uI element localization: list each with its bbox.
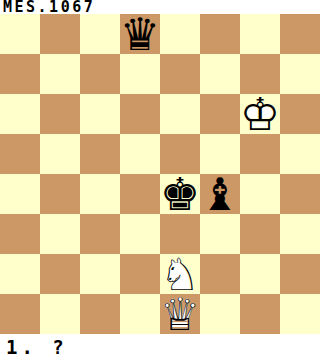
square-g3[interactable] xyxy=(240,214,280,254)
square-c8[interactable] xyxy=(80,14,120,54)
square-d6[interactable] xyxy=(120,94,160,134)
square-f1[interactable] xyxy=(200,294,240,334)
square-e2[interactable]: ♞♘ xyxy=(160,254,200,294)
piece-white-king-fill: ♚ xyxy=(240,94,280,134)
square-a5[interactable] xyxy=(0,134,40,174)
square-g1[interactable] xyxy=(240,294,280,334)
square-f3[interactable] xyxy=(200,214,240,254)
square-e8[interactable] xyxy=(160,14,200,54)
square-d4[interactable] xyxy=(120,174,160,214)
square-c4[interactable] xyxy=(80,174,120,214)
puzzle-title: MES.1067 xyxy=(3,0,95,14)
square-e4[interactable]: ♚ xyxy=(160,174,200,214)
square-h5[interactable] xyxy=(280,134,320,174)
square-c6[interactable] xyxy=(80,94,120,134)
piece-black-bishop: ♝ xyxy=(200,174,240,214)
square-g2[interactable] xyxy=(240,254,280,294)
square-b8[interactable] xyxy=(40,14,80,54)
square-h7[interactable] xyxy=(280,54,320,94)
square-e6[interactable] xyxy=(160,94,200,134)
piece-white-queen-fill: ♛ xyxy=(160,294,200,334)
square-d7[interactable] xyxy=(120,54,160,94)
square-c2[interactable] xyxy=(80,254,120,294)
square-h8[interactable] xyxy=(280,14,320,54)
square-g4[interactable] xyxy=(240,174,280,214)
square-e1[interactable]: ♛♕ xyxy=(160,294,200,334)
square-a2[interactable] xyxy=(0,254,40,294)
square-a8[interactable] xyxy=(0,14,40,54)
move-prompt: 1. ? xyxy=(6,337,68,359)
square-g7[interactable] xyxy=(240,54,280,94)
square-g5[interactable] xyxy=(240,134,280,174)
square-f5[interactable] xyxy=(200,134,240,174)
square-g6[interactable]: ♚♔ xyxy=(240,94,280,134)
square-a7[interactable] xyxy=(0,54,40,94)
square-d2[interactable] xyxy=(120,254,160,294)
square-f6[interactable] xyxy=(200,94,240,134)
square-a3[interactable] xyxy=(0,214,40,254)
square-h4[interactable] xyxy=(280,174,320,214)
square-f7[interactable] xyxy=(200,54,240,94)
square-d8[interactable]: ♛ xyxy=(120,14,160,54)
square-e3[interactable] xyxy=(160,214,200,254)
square-b7[interactable] xyxy=(40,54,80,94)
square-d3[interactable] xyxy=(120,214,160,254)
square-b3[interactable] xyxy=(40,214,80,254)
piece-black-king: ♚ xyxy=(160,174,200,214)
square-f2[interactable] xyxy=(200,254,240,294)
square-d1[interactable] xyxy=(120,294,160,334)
square-b6[interactable] xyxy=(40,94,80,134)
square-e7[interactable] xyxy=(160,54,200,94)
square-h3[interactable] xyxy=(280,214,320,254)
square-b1[interactable] xyxy=(40,294,80,334)
square-c5[interactable] xyxy=(80,134,120,174)
square-f8[interactable] xyxy=(200,14,240,54)
square-h2[interactable] xyxy=(280,254,320,294)
square-h6[interactable] xyxy=(280,94,320,134)
piece-white-king: ♔ xyxy=(240,94,280,134)
piece-white-knight: ♘ xyxy=(160,254,200,294)
square-b5[interactable] xyxy=(40,134,80,174)
square-c3[interactable] xyxy=(80,214,120,254)
square-h1[interactable] xyxy=(280,294,320,334)
square-b4[interactable] xyxy=(40,174,80,214)
square-d5[interactable] xyxy=(120,134,160,174)
square-f4[interactable]: ♝ xyxy=(200,174,240,214)
square-c1[interactable] xyxy=(80,294,120,334)
square-a4[interactable] xyxy=(0,174,40,214)
piece-white-queen: ♕ xyxy=(160,294,200,334)
square-a1[interactable] xyxy=(0,294,40,334)
piece-white-knight-fill: ♞ xyxy=(160,254,200,294)
square-a6[interactable] xyxy=(0,94,40,134)
square-c7[interactable] xyxy=(80,54,120,94)
square-e5[interactable] xyxy=(160,134,200,174)
piece-black-queen: ♛ xyxy=(120,14,160,54)
chess-board: ♛♚♔♚♝♞♘♛♕ xyxy=(0,14,320,334)
square-b2[interactable] xyxy=(40,254,80,294)
square-g8[interactable] xyxy=(240,14,280,54)
